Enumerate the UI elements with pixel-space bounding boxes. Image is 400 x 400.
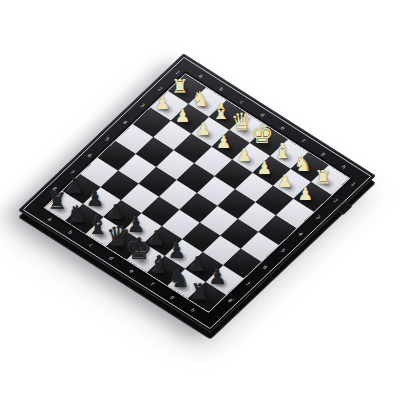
scene: abcdefgh abcdefgh 12345678 12345678 ♜♞♝♛… [0, 0, 400, 400]
board-squares [45, 74, 349, 311]
product-photo-chess-set: abcdefgh abcdefgh 12345678 12345678 ♜♞♝♛… [0, 0, 400, 400]
chess-board: abcdefgh abcdefgh 12345678 12345678 ♜♞♝♛… [18, 54, 376, 333]
